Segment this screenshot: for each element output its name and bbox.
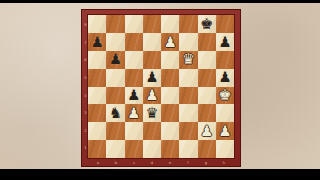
square-c1[interactable] [125, 140, 143, 158]
file-label-e: e [164, 160, 175, 165]
rank-label-7: 7 [84, 37, 87, 48]
black-pawn-c4[interactable]: ♟ [127, 88, 140, 103]
square-f4[interactable] [179, 87, 197, 105]
square-f1[interactable] [179, 140, 197, 158]
black-pawn-h5[interactable]: ♟ [218, 70, 231, 85]
square-g2[interactable]: ♟ [198, 122, 216, 140]
rank-label-6: 6 [84, 55, 87, 66]
square-c7[interactable] [125, 33, 143, 51]
square-e8[interactable] [161, 15, 179, 33]
rank-label-4: 4 [84, 90, 87, 101]
black-pawn-a7[interactable]: ♟ [91, 34, 104, 49]
square-c8[interactable] [125, 15, 143, 33]
square-h2[interactable]: ♟ [216, 122, 234, 140]
square-e2[interactable] [161, 122, 179, 140]
white-pawn-h2[interactable]: ♟ [218, 123, 231, 138]
rank-label-8: 8 [84, 19, 87, 30]
square-a1[interactable] [88, 140, 106, 158]
square-b2[interactable] [106, 122, 124, 140]
square-f5[interactable] [179, 69, 197, 87]
square-b6[interactable]: ♟ [106, 51, 124, 69]
square-c5[interactable] [125, 69, 143, 87]
square-e3[interactable] [161, 104, 179, 122]
square-g7[interactable] [198, 33, 216, 51]
rank-label-2: 2 [84, 125, 87, 136]
black-pawn-d5[interactable]: ♟ [145, 70, 158, 85]
square-d6[interactable] [143, 51, 161, 69]
square-g3[interactable] [198, 104, 216, 122]
chess-board: 87654321 ♚♟♟♟♟♛♟♟♟♟♚♞♟♛♟♟ abcdefgh [81, 9, 241, 167]
file-label-h: h [218, 160, 229, 165]
white-queen-f6[interactable]: ♛ [182, 52, 195, 67]
square-f7[interactable] [179, 33, 197, 51]
square-c2[interactable] [125, 122, 143, 140]
white-pawn-e7[interactable]: ♟ [164, 34, 177, 49]
white-pawn-g2[interactable]: ♟ [200, 123, 213, 138]
black-queen-d3[interactable]: ♛ [145, 106, 158, 121]
square-h5[interactable]: ♟ [216, 69, 234, 87]
square-a7[interactable]: ♟ [88, 33, 106, 51]
file-label-b: b [110, 160, 121, 165]
square-b8[interactable] [106, 15, 124, 33]
square-e6[interactable] [161, 51, 179, 69]
black-king-g8[interactable]: ♚ [200, 16, 213, 31]
square-a8[interactable] [88, 15, 106, 33]
square-h6[interactable] [216, 51, 234, 69]
square-g1[interactable] [198, 140, 216, 158]
square-d7[interactable] [143, 33, 161, 51]
square-d4[interactable]: ♟ [143, 87, 161, 105]
square-c4[interactable]: ♟ [125, 87, 143, 105]
square-c3[interactable]: ♟ [125, 104, 143, 122]
square-d1[interactable] [143, 140, 161, 158]
square-g5[interactable] [198, 69, 216, 87]
square-e4[interactable] [161, 87, 179, 105]
square-e5[interactable] [161, 69, 179, 87]
square-h7[interactable]: ♟ [216, 33, 234, 51]
square-b5[interactable] [106, 69, 124, 87]
square-a2[interactable] [88, 122, 106, 140]
square-a5[interactable] [88, 69, 106, 87]
square-d5[interactable]: ♟ [143, 69, 161, 87]
square-g4[interactable] [198, 87, 216, 105]
parchment-background: 87654321 ♚♟♟♟♟♛♟♟♟♟♚♞♟♛♟♟ abcdefgh [0, 3, 320, 169]
square-f6[interactable]: ♛ [179, 51, 197, 69]
square-a6[interactable] [88, 51, 106, 69]
rank-label-3: 3 [84, 107, 87, 118]
white-pawn-c3[interactable]: ♟ [127, 106, 140, 121]
square-h8[interactable] [216, 15, 234, 33]
black-pawn-b6[interactable]: ♟ [109, 52, 122, 67]
square-g6[interactable] [198, 51, 216, 69]
square-b7[interactable] [106, 33, 124, 51]
square-c6[interactable] [125, 51, 143, 69]
square-d2[interactable] [143, 122, 161, 140]
rank-label-5: 5 [84, 72, 87, 83]
black-knight-b3[interactable]: ♞ [109, 106, 122, 121]
square-f3[interactable] [179, 104, 197, 122]
square-f2[interactable] [179, 122, 197, 140]
square-h4[interactable]: ♚ [216, 87, 234, 105]
file-label-c: c [128, 160, 139, 165]
square-e1[interactable] [161, 140, 179, 158]
white-pawn-d4[interactable]: ♟ [145, 88, 158, 103]
square-d3[interactable]: ♛ [143, 104, 161, 122]
square-f8[interactable] [179, 15, 197, 33]
square-e7[interactable]: ♟ [161, 33, 179, 51]
square-h1[interactable] [216, 140, 234, 158]
square-b4[interactable] [106, 87, 124, 105]
file-label-a: a [92, 160, 103, 165]
letterbox-bottom-bar [0, 169, 320, 180]
square-g8[interactable]: ♚ [198, 15, 216, 33]
file-label-f: f [182, 160, 193, 165]
square-a4[interactable] [88, 87, 106, 105]
square-a3[interactable] [88, 104, 106, 122]
square-h3[interactable] [216, 104, 234, 122]
square-b3[interactable]: ♞ [106, 104, 124, 122]
black-pawn-h7[interactable]: ♟ [218, 34, 231, 49]
board-grid: ♚♟♟♟♟♛♟♟♟♟♚♞♟♛♟♟ [88, 15, 234, 158]
file-labels: abcdefgh [89, 158, 233, 166]
square-b1[interactable] [106, 140, 124, 158]
square-d8[interactable] [143, 15, 161, 33]
file-label-d: d [146, 160, 157, 165]
file-label-g: g [200, 160, 211, 165]
rank-label-1: 1 [84, 143, 87, 154]
white-king-h4[interactable]: ♚ [218, 88, 231, 103]
